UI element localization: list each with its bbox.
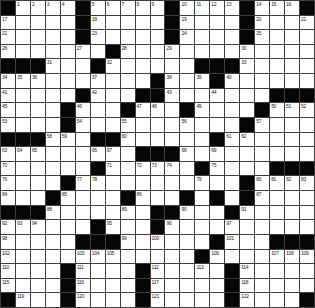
cell-r18c1[interactable] xyxy=(16,264,30,278)
cell-r11c17[interactable] xyxy=(255,162,269,176)
cell-r13c15[interactable] xyxy=(225,191,239,205)
cell-r19c12[interactable] xyxy=(180,279,194,293)
cell-r17c19[interactable]: 108 xyxy=(285,250,299,264)
cell-r5c7[interactable] xyxy=(106,74,120,88)
cell-r2c15[interactable] xyxy=(225,30,239,44)
cell-r20c11[interactable] xyxy=(165,293,179,307)
cell-r9c15[interactable]: 61 xyxy=(225,133,239,147)
cell-r17c4[interactable] xyxy=(61,250,75,264)
cell-r3c17[interactable] xyxy=(255,45,269,59)
cell-r14c3[interactable]: 88 xyxy=(46,206,60,220)
cell-r8c0[interactable]: 53 xyxy=(1,118,15,132)
cell-r6c17[interactable] xyxy=(255,89,269,103)
cell-r13c17[interactable]: 87 xyxy=(255,191,269,205)
cell-r1c3[interactable] xyxy=(46,16,60,30)
cell-r6c2[interactable] xyxy=(31,89,45,103)
cell-r0c8[interactable]: 7 xyxy=(121,1,135,15)
cell-r6c12[interactable] xyxy=(180,89,194,103)
cell-r14c12[interactable]: 90 xyxy=(180,206,194,220)
cell-r2c1[interactable] xyxy=(16,30,30,44)
cell-r14c7[interactable] xyxy=(106,206,120,220)
cell-r10c20[interactable] xyxy=(300,147,314,161)
cell-r8c20[interactable] xyxy=(300,118,314,132)
cell-r8c13[interactable] xyxy=(195,118,209,132)
cell-r15c0[interactable]: 92 xyxy=(1,220,15,234)
cell-r20c5[interactable]: 120 xyxy=(76,293,90,307)
cell-r20c1[interactable]: 119 xyxy=(16,293,30,307)
cell-r2c20[interactable] xyxy=(300,30,314,44)
cell-r18c13[interactable]: 113 xyxy=(195,264,209,278)
cell-r10c1[interactable]: 64 xyxy=(16,147,30,161)
cell-r15c12[interactable] xyxy=(180,220,194,234)
cell-r10c0[interactable]: 63 xyxy=(1,147,15,161)
cell-r4c20[interactable] xyxy=(300,59,314,73)
cell-r2c10[interactable] xyxy=(151,30,165,44)
cell-r5c0[interactable]: 34 xyxy=(1,74,15,88)
cell-r2c18[interactable] xyxy=(270,30,284,44)
cell-r13c19[interactable] xyxy=(285,191,299,205)
cell-r17c2[interactable] xyxy=(31,250,45,264)
cell-r16c15[interactable]: 101 xyxy=(225,235,239,249)
cell-r17c1[interactable] xyxy=(16,250,30,264)
cell-r3c14[interactable] xyxy=(210,45,224,59)
cell-r7c7[interactable] xyxy=(106,103,120,117)
cell-r10c19[interactable] xyxy=(285,147,299,161)
cell-r2c14[interactable] xyxy=(210,30,224,44)
cell-r7c11[interactable] xyxy=(165,103,179,117)
cell-r17c10[interactable] xyxy=(151,250,165,264)
cell-r2c3[interactable] xyxy=(46,30,60,44)
cell-r10c14[interactable]: 69 xyxy=(210,147,224,161)
cell-r17c9[interactable] xyxy=(136,250,150,264)
cell-r3c20[interactable] xyxy=(300,45,314,59)
cell-r10c7[interactable]: 67 xyxy=(106,147,120,161)
cell-r4c5[interactable] xyxy=(76,59,90,73)
cell-r10c15[interactable] xyxy=(225,147,239,161)
cell-r19c17[interactable] xyxy=(255,279,269,293)
cell-r9c13[interactable] xyxy=(195,133,209,147)
cell-r13c5[interactable] xyxy=(76,191,90,205)
cell-r2c0[interactable]: 22 xyxy=(1,30,15,44)
cell-r7c2[interactable] xyxy=(31,103,45,117)
cell-r15c13[interactable] xyxy=(195,220,209,234)
cell-r1c14[interactable] xyxy=(210,16,224,30)
cell-r8c18[interactable] xyxy=(270,118,284,132)
cell-r18c20[interactable] xyxy=(300,264,314,278)
cell-r12c6[interactable]: 78 xyxy=(91,176,105,190)
cell-r13c10[interactable] xyxy=(151,191,165,205)
cell-r18c14[interactable] xyxy=(210,264,224,278)
cell-r0c1[interactable]: 1 xyxy=(16,1,30,15)
cell-r6c11[interactable]: 43 xyxy=(165,89,179,103)
cell-r12c9[interactable] xyxy=(136,176,150,190)
cell-r17c16[interactable] xyxy=(240,250,254,264)
cell-r13c18[interactable] xyxy=(270,191,284,205)
cell-r5c17[interactable] xyxy=(255,74,269,88)
cell-r19c1[interactable] xyxy=(16,279,30,293)
cell-r14c9[interactable] xyxy=(136,206,150,220)
cell-r14c20[interactable] xyxy=(300,206,314,220)
cell-r1c13[interactable] xyxy=(195,16,209,30)
cell-r20c19[interactable] xyxy=(285,293,299,307)
cell-r6c3[interactable] xyxy=(46,89,60,103)
cell-r18c10[interactable]: 112 xyxy=(151,264,165,278)
cell-r12c20[interactable]: 83 xyxy=(300,176,314,190)
cell-r15c20[interactable] xyxy=(300,220,314,234)
cell-r5c20[interactable] xyxy=(300,74,314,88)
cell-r0c15[interactable]: 13 xyxy=(225,1,239,15)
cell-r15c11[interactable]: 96 xyxy=(165,220,179,234)
cell-r15c15[interactable]: 97 xyxy=(225,220,239,234)
cell-r14c8[interactable]: 89 xyxy=(121,206,135,220)
cell-r20c13[interactable] xyxy=(195,293,209,307)
cell-r12c13[interactable]: 79 xyxy=(195,176,209,190)
cell-r8c1[interactable] xyxy=(16,118,30,132)
cell-r3c0[interactable]: 26 xyxy=(1,45,15,59)
cell-r2c19[interactable] xyxy=(285,30,299,44)
cell-r19c7[interactable] xyxy=(106,279,120,293)
cell-r12c19[interactable]: 82 xyxy=(285,176,299,190)
cell-r6c8[interactable] xyxy=(121,89,135,103)
cell-r10c3[interactable] xyxy=(46,147,60,161)
cell-r6c1[interactable] xyxy=(16,89,30,103)
cell-r7c0[interactable]: 45 xyxy=(1,103,15,117)
cell-r9c3[interactable]: 58 xyxy=(46,133,60,147)
cell-r19c13[interactable] xyxy=(195,279,209,293)
cell-r0c18[interactable]: 15 xyxy=(270,1,284,15)
cell-r0c9[interactable]: 8 xyxy=(136,1,150,15)
cell-r17c7[interactable]: 105 xyxy=(106,250,120,264)
cell-r17c11[interactable] xyxy=(165,250,179,264)
cell-r19c19[interactable] xyxy=(285,279,299,293)
cell-r0c17[interactable]: 14 xyxy=(255,1,269,15)
cell-r5c18[interactable] xyxy=(270,74,284,88)
cell-r2c12[interactable]: 24 xyxy=(180,30,194,44)
cell-r3c11[interactable]: 29 xyxy=(165,45,179,59)
cell-r15c19[interactable] xyxy=(285,220,299,234)
cell-r0c12[interactable]: 10 xyxy=(180,1,194,15)
cell-r9c10[interactable] xyxy=(151,133,165,147)
cell-r19c16[interactable]: 118 xyxy=(240,279,254,293)
cell-r18c7[interactable] xyxy=(106,264,120,278)
cell-r15c7[interactable]: 95 xyxy=(106,220,120,234)
cell-r3c9[interactable] xyxy=(136,45,150,59)
cell-r14c4[interactable] xyxy=(61,206,75,220)
cell-r9c20[interactable] xyxy=(300,133,314,147)
cell-r18c0[interactable]: 110 xyxy=(1,264,15,278)
cell-r9c9[interactable] xyxy=(136,133,150,147)
cell-r1c18[interactable] xyxy=(270,16,284,30)
cell-r13c11[interactable] xyxy=(165,191,179,205)
cell-r12c7[interactable] xyxy=(106,176,120,190)
cell-r12c8[interactable] xyxy=(121,176,135,190)
cell-r5c5[interactable] xyxy=(76,74,90,88)
cell-r5c19[interactable] xyxy=(285,74,299,88)
cell-r20c6[interactable] xyxy=(91,293,105,307)
cell-r15c3[interactable] xyxy=(46,220,60,234)
cell-r17c0[interactable]: 102 xyxy=(1,250,15,264)
cell-r12c17[interactable]: 80 xyxy=(255,176,269,190)
cell-r1c2[interactable] xyxy=(31,16,45,30)
cell-r12c3[interactable] xyxy=(46,176,60,190)
cell-r5c15[interactable]: 40 xyxy=(225,74,239,88)
cell-r1c17[interactable]: 20 xyxy=(255,16,269,30)
cell-r0c19[interactable]: 16 xyxy=(285,1,299,15)
cell-r15c1[interactable]: 93 xyxy=(16,220,30,234)
cell-r11c3[interactable] xyxy=(46,162,60,176)
cell-r7c6[interactable] xyxy=(91,103,105,117)
cell-r6c0[interactable]: 41 xyxy=(1,89,15,103)
cell-r15c8[interactable] xyxy=(121,220,135,234)
cell-r5c8[interactable] xyxy=(121,74,135,88)
cell-r8c5[interactable]: 54 xyxy=(76,118,90,132)
cell-r13c1[interactable] xyxy=(16,191,30,205)
cell-r17c17[interactable] xyxy=(255,250,269,264)
cell-r2c4[interactable] xyxy=(61,30,75,44)
cell-r11c4[interactable] xyxy=(61,162,75,176)
cell-r1c0[interactable]: 17 xyxy=(1,16,15,30)
cell-r14c13[interactable] xyxy=(195,206,209,220)
cell-r20c7[interactable] xyxy=(106,293,120,307)
cell-r6c13[interactable] xyxy=(195,89,209,103)
cell-r16c17[interactable] xyxy=(255,235,269,249)
cell-r8c17[interactable]: 57 xyxy=(255,118,269,132)
cell-r3c13[interactable] xyxy=(195,45,209,59)
cell-r11c11[interactable]: 74 xyxy=(165,162,179,176)
cell-r16c8[interactable]: 99 xyxy=(121,235,135,249)
cell-r4c11[interactable] xyxy=(165,59,179,73)
cell-r11c0[interactable]: 70 xyxy=(1,162,15,176)
cell-r18c3[interactable] xyxy=(46,264,60,278)
cell-r0c13[interactable]: 11 xyxy=(195,1,209,15)
cell-r12c12[interactable] xyxy=(180,176,194,190)
cell-r20c8[interactable] xyxy=(121,293,135,307)
cell-r15c16[interactable] xyxy=(240,220,254,234)
cell-r19c20[interactable] xyxy=(300,279,314,293)
cell-r16c11[interactable] xyxy=(165,235,179,249)
cell-r12c10[interactable] xyxy=(151,176,165,190)
cell-r14c5[interactable] xyxy=(76,206,90,220)
cell-r11c14[interactable]: 75 xyxy=(210,162,224,176)
cell-r3c19[interactable] xyxy=(285,45,299,59)
cell-r11c5[interactable] xyxy=(76,162,90,176)
cell-r3c3[interactable] xyxy=(46,45,60,59)
cell-r9c4[interactable]: 59 xyxy=(61,133,75,147)
cell-r11c9[interactable]: 72 xyxy=(136,162,150,176)
cell-r2c7[interactable] xyxy=(106,30,120,44)
cell-r19c11[interactable] xyxy=(165,279,179,293)
cell-r16c9[interactable] xyxy=(136,235,150,249)
cell-r15c14[interactable] xyxy=(210,220,224,234)
cell-r14c6[interactable] xyxy=(91,206,105,220)
cell-r11c1[interactable] xyxy=(16,162,30,176)
cell-r3c8[interactable]: 28 xyxy=(121,45,135,59)
cell-r3c5[interactable]: 27 xyxy=(76,45,90,59)
cell-r9c17[interactable] xyxy=(255,133,269,147)
cell-r16c12[interactable] xyxy=(180,235,194,249)
cell-r20c18[interactable] xyxy=(270,293,284,307)
cell-r12c2[interactable] xyxy=(31,176,45,190)
cell-r18c12[interactable] xyxy=(180,264,194,278)
cell-r13c20[interactable] xyxy=(300,191,314,205)
cell-r4c3[interactable]: 31 xyxy=(46,59,60,73)
cell-r7c20[interactable]: 52 xyxy=(300,103,314,117)
cell-r7c9[interactable]: 47 xyxy=(136,103,150,117)
cell-r16c10[interactable]: 100 xyxy=(151,235,165,249)
cell-r11c8[interactable] xyxy=(121,162,135,176)
cell-r11c16[interactable] xyxy=(240,162,254,176)
cell-r2c17[interactable]: 25 xyxy=(255,30,269,44)
cell-r18c6[interactable] xyxy=(91,264,105,278)
cell-r20c3[interactable] xyxy=(46,293,60,307)
cell-r19c5[interactable]: 116 xyxy=(76,279,90,293)
cell-r17c15[interactable] xyxy=(225,250,239,264)
cell-r4c18[interactable] xyxy=(270,59,284,73)
cell-r19c18[interactable] xyxy=(270,279,284,293)
cell-r18c11[interactable] xyxy=(165,264,179,278)
cell-r5c2[interactable]: 36 xyxy=(31,74,45,88)
cell-r14c17[interactable] xyxy=(255,206,269,220)
cell-r18c19[interactable] xyxy=(285,264,299,278)
cell-r14c14[interactable] xyxy=(210,206,224,220)
cell-r17c12[interactable] xyxy=(180,250,194,264)
cell-r3c4[interactable] xyxy=(61,45,75,59)
cell-r10c16[interactable] xyxy=(240,147,254,161)
cell-r1c7[interactable] xyxy=(106,16,120,30)
cell-r6c16[interactable] xyxy=(240,89,254,103)
cell-r12c0[interactable]: 76 xyxy=(1,176,15,190)
cell-r2c8[interactable] xyxy=(121,30,135,44)
cell-r15c18[interactable] xyxy=(270,220,284,234)
cell-r10c6[interactable]: 66 xyxy=(91,147,105,161)
cell-r14c18[interactable] xyxy=(270,206,284,220)
cell-r16c1[interactable] xyxy=(16,235,30,249)
cell-r2c13[interactable] xyxy=(195,30,209,44)
cell-r17c3[interactable] xyxy=(46,250,60,264)
cell-r3c1[interactable] xyxy=(16,45,30,59)
cell-r20c10[interactable]: 121 xyxy=(151,293,165,307)
cell-r6c4[interactable] xyxy=(61,89,75,103)
cell-r14c19[interactable] xyxy=(285,206,299,220)
cell-r16c16[interactable] xyxy=(240,235,254,249)
cell-r8c19[interactable] xyxy=(285,118,299,132)
cell-r6c7[interactable] xyxy=(106,89,120,103)
cell-r15c5[interactable] xyxy=(76,220,90,234)
cell-r1c1[interactable] xyxy=(16,16,30,30)
cell-r12c15[interactable] xyxy=(225,176,239,190)
cell-r18c2[interactable] xyxy=(31,264,45,278)
cell-r18c8[interactable] xyxy=(121,264,135,278)
cell-r4c9[interactable] xyxy=(136,59,150,73)
cell-r3c18[interactable] xyxy=(270,45,284,59)
cell-r1c8[interactable] xyxy=(121,16,135,30)
cell-r1c12[interactable]: 19 xyxy=(180,16,194,30)
cell-r10c17[interactable] xyxy=(255,147,269,161)
cell-r5c1[interactable]: 35 xyxy=(16,74,30,88)
cell-r10c13[interactable] xyxy=(195,147,209,161)
cell-r1c19[interactable] xyxy=(285,16,299,30)
cell-r4c4[interactable] xyxy=(61,59,75,73)
cell-r4c19[interactable] xyxy=(285,59,299,73)
cell-r17c20[interactable]: 109 xyxy=(300,250,314,264)
cell-r20c17[interactable] xyxy=(255,293,269,307)
cell-r13c0[interactable]: 84 xyxy=(1,191,15,205)
cell-r11c10[interactable]: 73 xyxy=(151,162,165,176)
cell-r1c10[interactable] xyxy=(151,16,165,30)
cell-r11c15[interactable] xyxy=(225,162,239,176)
cell-r16c3[interactable] xyxy=(46,235,60,249)
cell-r4c12[interactable] xyxy=(180,59,194,73)
cell-r3c16[interactable]: 30 xyxy=(240,45,254,59)
cell-r0c14[interactable]: 12 xyxy=(210,1,224,15)
cell-r11c2[interactable] xyxy=(31,162,45,176)
cell-r4c8[interactable] xyxy=(121,59,135,73)
cell-r16c0[interactable]: 98 xyxy=(1,235,15,249)
cell-r4c7[interactable]: 32 xyxy=(106,59,120,73)
cell-r10c8[interactable] xyxy=(121,147,135,161)
cell-r3c2[interactable] xyxy=(31,45,45,59)
cell-r13c6[interactable] xyxy=(91,191,105,205)
cell-r20c14[interactable] xyxy=(210,293,224,307)
cell-r13c13[interactable] xyxy=(195,191,209,205)
cell-r2c6[interactable]: 23 xyxy=(91,30,105,44)
cell-r7c1[interactable] xyxy=(16,103,30,117)
cell-r0c6[interactable]: 5 xyxy=(91,1,105,15)
cell-r12c18[interactable]: 81 xyxy=(270,176,284,190)
cell-r17c5[interactable]: 103 xyxy=(76,250,90,264)
cell-r8c7[interactable] xyxy=(106,118,120,132)
cell-r19c10[interactable]: 117 xyxy=(151,279,165,293)
cell-r2c2[interactable] xyxy=(31,30,45,44)
cell-r8c14[interactable] xyxy=(210,118,224,132)
cell-r12c14[interactable] xyxy=(210,176,224,190)
cell-r3c15[interactable] xyxy=(225,45,239,59)
cell-r9c12[interactable] xyxy=(180,133,194,147)
cell-r8c12[interactable]: 56 xyxy=(180,118,194,132)
cell-r9c8[interactable]: 60 xyxy=(121,133,135,147)
cell-r18c17[interactable] xyxy=(255,264,269,278)
cell-r8c11[interactable] xyxy=(165,118,179,132)
cell-r18c5[interactable]: 111 xyxy=(76,264,90,278)
cell-r4c10[interactable] xyxy=(151,59,165,73)
cell-r11c7[interactable]: 71 xyxy=(106,162,120,176)
cell-r7c3[interactable] xyxy=(46,103,60,117)
cell-r12c11[interactable] xyxy=(165,176,179,190)
cell-r18c16[interactable]: 114 xyxy=(240,264,254,278)
cell-r8c6[interactable] xyxy=(91,118,105,132)
cell-r15c17[interactable] xyxy=(255,220,269,234)
cell-r5c4[interactable] xyxy=(61,74,75,88)
cell-r3c6[interactable] xyxy=(91,45,105,59)
cell-r19c8[interactable] xyxy=(121,279,135,293)
cell-r4c16[interactable]: 33 xyxy=(240,59,254,73)
cell-r20c2[interactable] xyxy=(31,293,45,307)
cell-r10c18[interactable] xyxy=(270,147,284,161)
cell-r20c12[interactable] xyxy=(180,293,194,307)
cell-r19c2[interactable] xyxy=(31,279,45,293)
cell-r1c20[interactable]: 21 xyxy=(300,16,314,30)
cell-r16c13[interactable] xyxy=(195,235,209,249)
cell-r10c2[interactable]: 65 xyxy=(31,147,45,161)
cell-r7c14[interactable] xyxy=(210,103,224,117)
cell-r9c5[interactable] xyxy=(76,133,90,147)
cell-r10c5[interactable] xyxy=(76,147,90,161)
cell-r20c16[interactable]: 122 xyxy=(240,293,254,307)
cell-r0c3[interactable]: 3 xyxy=(46,1,60,15)
cell-r18c18[interactable] xyxy=(270,264,284,278)
cell-r15c9[interactable] xyxy=(136,220,150,234)
cell-r17c18[interactable]: 107 xyxy=(270,250,284,264)
